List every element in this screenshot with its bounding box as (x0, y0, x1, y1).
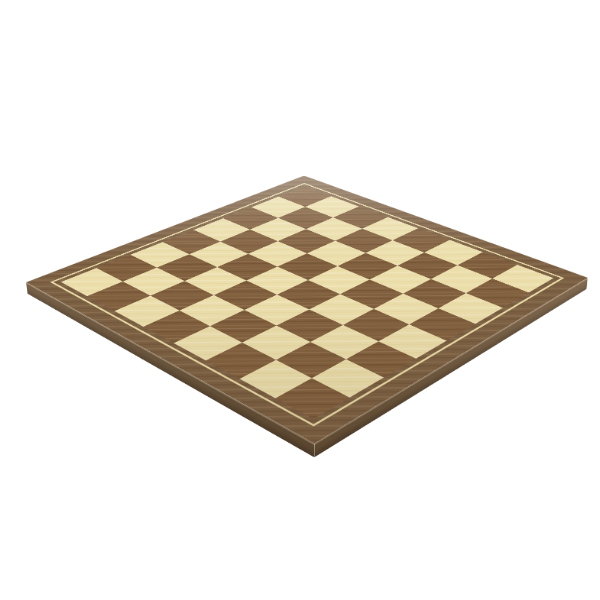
square-r8c6 (206, 343, 276, 379)
square-r4c7 (374, 294, 439, 325)
chess-board (26, 176, 588, 444)
square-r8c4 (143, 310, 210, 343)
square-r3c7 (403, 279, 466, 308)
square-r6c7 (310, 325, 378, 359)
square-r2c8 (466, 279, 529, 308)
square-r7c3 (150, 281, 213, 310)
square-r5c6 (309, 294, 374, 325)
square-r8c5 (174, 326, 242, 360)
board-top-face (26, 176, 588, 444)
square-r8c2 (87, 281, 150, 311)
square-r7c7 (276, 342, 346, 378)
square-r7c4 (179, 295, 244, 326)
square-r6c4 (214, 280, 277, 309)
square-r6c8 (346, 341, 416, 377)
square-r8c7 (240, 360, 312, 398)
perspective-stage (73, 66, 531, 524)
square-r5c7 (343, 309, 409, 341)
square-r5c8 (379, 324, 447, 358)
square-r6c5 (244, 295, 309, 326)
square-r7c8 (312, 359, 384, 397)
square-r6c6 (277, 309, 343, 342)
square-r8c3 (114, 296, 179, 327)
playing-field (61, 186, 554, 418)
square-r7c6 (242, 326, 310, 360)
square-r4c6 (340, 280, 403, 309)
square-r3c8 (438, 293, 502, 324)
square-r7c5 (210, 310, 277, 343)
product-photo-background (0, 0, 600, 600)
square-r5c5 (277, 280, 340, 309)
perspective-scene (73, 66, 531, 524)
square-r8c8 (275, 378, 349, 419)
square-r4c8 (409, 308, 475, 340)
